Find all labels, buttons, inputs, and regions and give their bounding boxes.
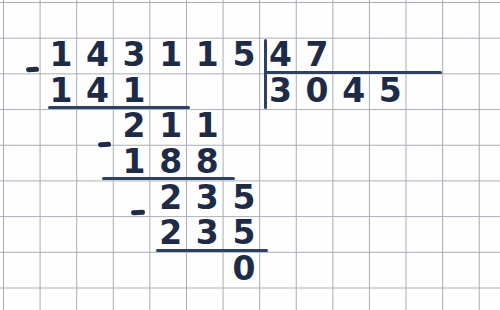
work-digit: 1 xyxy=(152,108,189,144)
dividend-digit: 4 xyxy=(79,37,116,73)
work-digit: 3 xyxy=(189,179,226,215)
dividend-digit: 5 xyxy=(226,37,263,73)
work-digit: 1 xyxy=(116,144,153,180)
quotient-digit: 3 xyxy=(262,72,299,108)
minus-sign xyxy=(130,209,144,214)
quotient-digit: 0 xyxy=(299,72,336,108)
work-digit: 8 xyxy=(189,144,226,180)
remainder-digit: 0 xyxy=(226,251,263,287)
work-digit: 2 xyxy=(152,179,189,215)
dividend-digit: 1 xyxy=(189,37,226,73)
work-digit: 8 xyxy=(152,144,189,180)
subtraction-line-1 xyxy=(48,106,190,109)
minus-sign xyxy=(97,141,110,146)
quotient-overline xyxy=(264,71,443,74)
work-digit: 2 xyxy=(116,108,153,144)
work-digit: 1 xyxy=(43,72,80,108)
quotient-digit: 4 xyxy=(335,72,372,108)
dividend-digit: 1 xyxy=(43,37,80,73)
work-digit: 1 xyxy=(189,108,226,144)
subtraction-line-3 xyxy=(156,249,268,252)
work-digit: 3 xyxy=(189,215,226,251)
work-digit: 5 xyxy=(226,215,263,251)
divisor-separator-vertical-line xyxy=(264,39,267,109)
minus-sign xyxy=(25,67,38,72)
division-grid: 1431154714130452111882352350 xyxy=(3,2,500,310)
dividend-digit: 1 xyxy=(152,37,189,73)
graph-paper-background: 1431154714130452111882352350 xyxy=(0,0,500,310)
divisor-digit: 4 xyxy=(262,37,299,73)
work-digit: 1 xyxy=(116,72,153,108)
subtraction-line-2 xyxy=(102,177,236,180)
work-digit: 4 xyxy=(79,72,116,108)
work-digit: 2 xyxy=(152,215,189,251)
dividend-digit: 3 xyxy=(116,37,153,73)
work-digit: 5 xyxy=(226,179,263,215)
divisor-digit: 7 xyxy=(299,37,336,73)
quotient-digit: 5 xyxy=(372,72,409,108)
